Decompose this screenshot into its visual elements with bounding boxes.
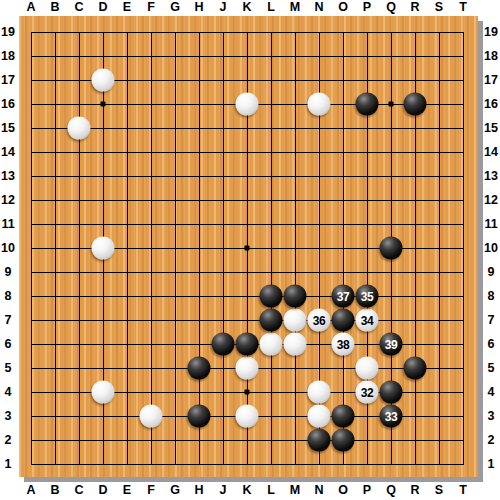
row-label-left: 2 (0, 433, 18, 447)
row-label-left: 11 (0, 217, 18, 231)
column-label-top: N (309, 0, 329, 14)
column-label-top: R (405, 0, 425, 14)
column-label-top: J (213, 0, 233, 14)
column-label-bottom: P (357, 483, 377, 497)
board-grid: 3233343536373839 (31, 32, 464, 465)
stone-white-F3 (140, 405, 163, 428)
move-number: 32 (361, 386, 373, 398)
stone-white-P5 (356, 357, 379, 380)
stone-white-P4: 32 (356, 381, 379, 404)
row-label-left: 15 (0, 121, 18, 135)
stone-white-K3 (236, 405, 259, 428)
column-label-bottom: Q (381, 483, 401, 497)
stone-white-K5 (236, 357, 259, 380)
stone-white-M6 (284, 333, 307, 356)
stone-white-K16 (236, 93, 259, 116)
stone-white-D17 (92, 69, 115, 92)
row-label-right: 3 (481, 409, 500, 423)
column-label-bottom: C (69, 483, 89, 497)
row-label-left: 14 (0, 145, 18, 159)
stone-white-O6: 38 (332, 333, 355, 356)
row-label-left: 19 (0, 25, 18, 39)
column-label-top: G (165, 0, 185, 14)
row-label-right: 6 (481, 337, 500, 351)
move-number: 34 (361, 314, 373, 326)
stone-white-P7: 34 (356, 309, 379, 332)
row-label-right: 17 (481, 73, 500, 87)
stone-black-M8 (284, 285, 307, 308)
stone-white-D4 (92, 381, 115, 404)
row-label-left: 3 (0, 409, 18, 423)
move-number: 33 (385, 410, 397, 422)
row-label-left: 5 (0, 361, 18, 375)
star-point (245, 246, 250, 251)
move-number: 36 (313, 314, 325, 326)
row-label-left: 4 (0, 385, 18, 399)
column-label-bottom: R (405, 483, 425, 497)
column-label-bottom: S (429, 483, 449, 497)
column-label-top: T (453, 0, 473, 14)
stone-black-R16 (404, 93, 427, 116)
move-number: 35 (361, 290, 373, 302)
row-label-left: 10 (0, 241, 18, 255)
row-label-right: 16 (481, 97, 500, 111)
column-label-bottom: B (45, 483, 65, 497)
go-diagram-page: 3233343536373839 AABBCCDDEEFFGGHHJJKKLLM… (0, 0, 500, 500)
column-label-top: K (237, 0, 257, 14)
stone-black-H3 (188, 405, 211, 428)
move-number: 38 (337, 338, 349, 350)
column-label-bottom: G (165, 483, 185, 497)
stone-black-L7 (260, 309, 283, 332)
row-label-left: 17 (0, 73, 18, 87)
stone-white-N16 (308, 93, 331, 116)
row-label-right: 11 (481, 217, 500, 231)
row-label-left: 9 (0, 265, 18, 279)
stone-black-Q10 (380, 237, 403, 260)
star-point (101, 102, 106, 107)
move-number: 37 (337, 290, 349, 302)
row-label-right: 15 (481, 121, 500, 135)
row-label-right: 18 (481, 49, 500, 63)
column-label-bottom: T (453, 483, 473, 497)
stone-white-M7 (284, 309, 307, 332)
column-label-top: S (429, 0, 449, 14)
column-label-top: E (117, 0, 137, 14)
stone-white-L6 (260, 333, 283, 356)
stone-black-P8: 35 (356, 285, 379, 308)
stone-black-Q4 (380, 381, 403, 404)
row-label-right: 12 (481, 193, 500, 207)
column-label-top: D (93, 0, 113, 14)
row-label-right: 5 (481, 361, 500, 375)
stone-white-N4 (308, 381, 331, 404)
stone-black-O8: 37 (332, 285, 355, 308)
column-label-bottom: F (141, 483, 161, 497)
column-label-bottom: M (285, 483, 305, 497)
row-label-left: 8 (0, 289, 18, 303)
column-label-top: A (21, 0, 41, 14)
stone-black-P16 (356, 93, 379, 116)
stone-black-J6 (212, 333, 235, 356)
column-label-top: B (45, 0, 65, 14)
column-label-bottom: E (117, 483, 137, 497)
stone-black-O7 (332, 309, 355, 332)
stone-black-H5 (188, 357, 211, 380)
stone-white-N3 (308, 405, 331, 428)
row-label-left: 13 (0, 169, 18, 183)
stone-white-N7: 36 (308, 309, 331, 332)
row-label-left: 6 (0, 337, 18, 351)
stone-white-C15 (68, 117, 91, 140)
stone-black-Q6: 39 (380, 333, 403, 356)
column-label-bottom: L (261, 483, 281, 497)
row-label-right: 14 (481, 145, 500, 159)
star-point (245, 390, 250, 395)
column-label-bottom: A (21, 483, 41, 497)
go-board: 3233343536373839 (19, 16, 478, 477)
stone-white-D10 (92, 237, 115, 260)
move-number: 39 (385, 338, 397, 350)
star-point (389, 102, 394, 107)
row-label-right: 2 (481, 433, 500, 447)
column-label-bottom: H (189, 483, 209, 497)
row-label-right: 13 (481, 169, 500, 183)
stone-black-O2 (332, 429, 355, 452)
row-label-left: 16 (0, 97, 18, 111)
row-label-right: 9 (481, 265, 500, 279)
row-label-right: 7 (481, 313, 500, 327)
row-label-right: 19 (481, 25, 500, 39)
row-label-left: 12 (0, 193, 18, 207)
row-label-left: 7 (0, 313, 18, 327)
stone-black-R5 (404, 357, 427, 380)
column-label-bottom: K (237, 483, 257, 497)
column-label-bottom: J (213, 483, 233, 497)
column-label-top: C (69, 0, 89, 14)
column-label-bottom: N (309, 483, 329, 497)
stone-black-Q3: 33 (380, 405, 403, 428)
row-label-right: 1 (481, 457, 500, 471)
column-label-top: F (141, 0, 161, 14)
row-label-right: 10 (481, 241, 500, 255)
stone-black-N2 (308, 429, 331, 452)
row-label-left: 18 (0, 49, 18, 63)
column-label-top: Q (381, 0, 401, 14)
row-label-left: 1 (0, 457, 18, 471)
row-label-right: 4 (481, 385, 500, 399)
stone-black-L8 (260, 285, 283, 308)
column-label-top: P (357, 0, 377, 14)
column-label-top: O (333, 0, 353, 14)
stone-black-K6 (236, 333, 259, 356)
column-label-top: M (285, 0, 305, 14)
stone-black-O3 (332, 405, 355, 428)
column-label-top: H (189, 0, 209, 14)
column-label-bottom: O (333, 483, 353, 497)
column-label-bottom: D (93, 483, 113, 497)
row-label-right: 8 (481, 289, 500, 303)
column-label-top: L (261, 0, 281, 14)
